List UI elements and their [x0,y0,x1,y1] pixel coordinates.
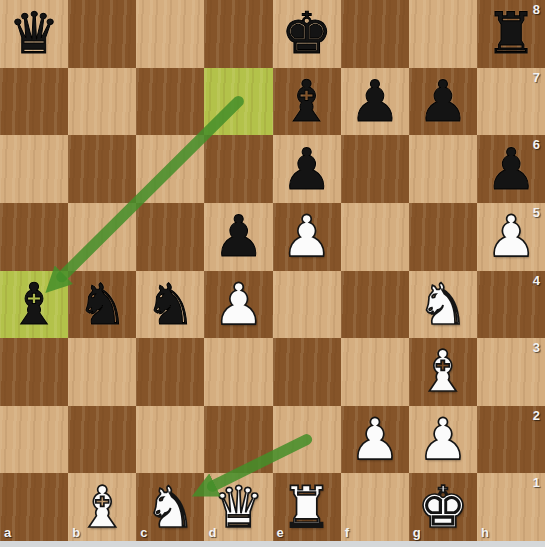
square-b1[interactable]: ♝b [68,473,136,541]
square-d2[interactable] [204,406,272,474]
square-a6[interactable] [0,135,68,203]
square-e8[interactable]: ♚ [273,0,341,68]
square-d7[interactable] [204,68,272,136]
square-c5[interactable] [136,203,204,271]
square-f3[interactable] [341,338,409,406]
square-f8[interactable] [341,0,409,68]
chess-board: ♛♚♜8♝♟♟7♟♟6♟♟♟5♝♞♞♟♞4♝3♟♟2a♝b♞c♛d♜ef♚gh1 [0,0,545,541]
square-c7[interactable] [136,68,204,136]
piece-black-rook[interactable]: ♜ [485,5,536,62]
square-b5[interactable] [68,203,136,271]
piece-white-knight[interactable]: ♞ [417,276,468,333]
piece-black-bishop[interactable]: ♝ [9,276,60,333]
rank-label-1: 1 [533,475,540,490]
square-c8[interactable] [136,0,204,68]
square-g4[interactable]: ♞ [409,271,477,339]
square-f4[interactable] [341,271,409,339]
piece-black-pawn[interactable]: ♟ [485,141,536,198]
piece-white-pawn[interactable]: ♟ [213,276,264,333]
square-e5[interactable]: ♟ [273,203,341,271]
square-f7[interactable]: ♟ [341,68,409,136]
square-a4[interactable]: ♝ [0,271,68,339]
piece-black-knight[interactable]: ♞ [145,276,196,333]
piece-black-queen[interactable]: ♛ [9,5,60,62]
piece-white-bishop[interactable]: ♝ [417,343,468,400]
square-a3[interactable] [0,338,68,406]
piece-white-bishop[interactable]: ♝ [77,479,128,536]
square-d5[interactable]: ♟ [204,203,272,271]
square-f2[interactable]: ♟ [341,406,409,474]
square-g6[interactable] [409,135,477,203]
board-grid: ♛♚♜8♝♟♟7♟♟6♟♟♟5♝♞♞♟♞4♝3♟♟2a♝b♞c♛d♜ef♚gh1 [0,0,545,541]
square-b7[interactable] [68,68,136,136]
file-label-a: a [4,525,11,540]
square-a1[interactable]: a [0,473,68,541]
square-b4[interactable]: ♞ [68,271,136,339]
square-h3[interactable]: 3 [477,338,545,406]
square-h4[interactable]: 4 [477,271,545,339]
piece-black-pawn[interactable]: ♟ [213,208,264,265]
square-c6[interactable] [136,135,204,203]
rank-label-3: 3 [533,340,540,355]
square-g2[interactable]: ♟ [409,406,477,474]
square-g3[interactable]: ♝ [409,338,477,406]
square-b3[interactable] [68,338,136,406]
square-c3[interactable] [136,338,204,406]
square-e1[interactable]: ♜e [273,473,341,541]
square-b8[interactable] [68,0,136,68]
square-d8[interactable] [204,0,272,68]
piece-white-queen[interactable]: ♛ [213,479,264,536]
piece-black-knight[interactable]: ♞ [77,276,128,333]
piece-black-king[interactable]: ♚ [281,5,332,62]
square-e7[interactable]: ♝ [273,68,341,136]
square-a7[interactable] [0,68,68,136]
square-h8[interactable]: ♜8 [477,0,545,68]
piece-black-pawn[interactable]: ♟ [417,73,468,130]
square-e4[interactable] [273,271,341,339]
square-b6[interactable] [68,135,136,203]
file-label-f: f [345,525,349,540]
piece-black-pawn[interactable]: ♟ [281,141,332,198]
square-g8[interactable] [409,0,477,68]
square-a2[interactable] [0,406,68,474]
square-c2[interactable] [136,406,204,474]
piece-black-bishop[interactable]: ♝ [281,73,332,130]
square-f1[interactable]: f [341,473,409,541]
piece-black-pawn[interactable]: ♟ [349,73,400,130]
square-h1[interactable]: h1 [477,473,545,541]
piece-white-pawn[interactable]: ♟ [281,208,332,265]
square-d4[interactable]: ♟ [204,271,272,339]
piece-white-rook[interactable]: ♜ [281,479,332,536]
square-a5[interactable] [0,203,68,271]
square-f5[interactable] [341,203,409,271]
square-h2[interactable]: 2 [477,406,545,474]
square-e6[interactable]: ♟ [273,135,341,203]
square-g7[interactable]: ♟ [409,68,477,136]
square-d6[interactable] [204,135,272,203]
square-h6[interactable]: ♟6 [477,135,545,203]
rank-label-2: 2 [533,408,540,423]
square-a8[interactable]: ♛ [0,0,68,68]
piece-white-pawn[interactable]: ♟ [349,411,400,468]
piece-white-knight[interactable]: ♞ [145,479,196,536]
bottom-strip [0,541,545,547]
square-h5[interactable]: ♟5 [477,203,545,271]
square-e3[interactable] [273,338,341,406]
square-c4[interactable]: ♞ [136,271,204,339]
rank-label-7: 7 [533,70,540,85]
square-g5[interactable] [409,203,477,271]
square-b2[interactable] [68,406,136,474]
square-g1[interactable]: ♚g [409,473,477,541]
square-d3[interactable] [204,338,272,406]
square-h7[interactable]: 7 [477,68,545,136]
file-label-h: h [481,525,489,540]
piece-white-pawn[interactable]: ♟ [417,411,468,468]
piece-white-king[interactable]: ♚ [417,479,468,536]
square-f6[interactable] [341,135,409,203]
square-d1[interactable]: ♛d [204,473,272,541]
piece-white-pawn[interactable]: ♟ [485,208,536,265]
square-c1[interactable]: ♞c [136,473,204,541]
square-e2[interactable] [273,406,341,474]
rank-label-4: 4 [533,273,540,288]
